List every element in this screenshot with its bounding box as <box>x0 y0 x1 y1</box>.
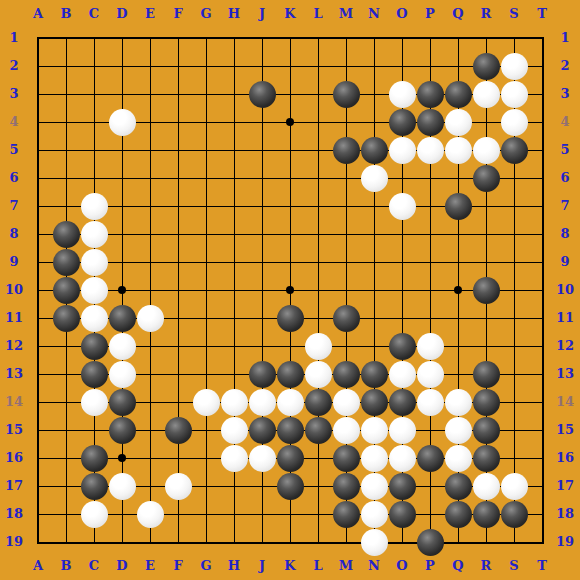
intersection[interactable] <box>108 332 136 360</box>
intersection[interactable] <box>220 24 248 52</box>
intersection[interactable] <box>500 108 528 136</box>
intersection[interactable] <box>52 388 80 416</box>
intersection[interactable] <box>304 304 332 332</box>
intersection[interactable] <box>248 220 276 248</box>
intersection[interactable] <box>164 528 192 556</box>
intersection[interactable] <box>360 528 388 556</box>
intersection[interactable] <box>500 528 528 556</box>
intersection[interactable] <box>220 360 248 388</box>
intersection[interactable] <box>360 500 388 528</box>
intersection[interactable] <box>248 360 276 388</box>
intersection[interactable] <box>136 192 164 220</box>
intersection[interactable] <box>192 360 220 388</box>
intersection[interactable] <box>500 80 528 108</box>
intersection[interactable] <box>136 136 164 164</box>
intersection[interactable] <box>52 332 80 360</box>
intersection[interactable] <box>80 108 108 136</box>
intersection[interactable] <box>52 444 80 472</box>
intersection[interactable] <box>304 360 332 388</box>
intersection[interactable] <box>304 248 332 276</box>
intersection[interactable] <box>192 332 220 360</box>
intersection[interactable] <box>80 276 108 304</box>
intersection[interactable] <box>220 108 248 136</box>
intersection[interactable] <box>192 416 220 444</box>
intersection[interactable] <box>108 24 136 52</box>
intersection[interactable] <box>108 164 136 192</box>
intersection[interactable] <box>332 136 360 164</box>
intersection[interactable] <box>276 220 304 248</box>
intersection[interactable] <box>500 304 528 332</box>
intersection[interactable] <box>220 304 248 332</box>
intersection[interactable] <box>108 220 136 248</box>
intersection[interactable] <box>304 276 332 304</box>
intersection[interactable] <box>108 360 136 388</box>
intersection[interactable] <box>164 108 192 136</box>
intersection[interactable] <box>248 500 276 528</box>
intersection[interactable] <box>52 248 80 276</box>
intersection[interactable] <box>136 416 164 444</box>
intersection[interactable] <box>472 388 500 416</box>
intersection[interactable] <box>136 164 164 192</box>
intersection[interactable] <box>444 500 472 528</box>
intersection[interactable] <box>248 248 276 276</box>
intersection[interactable] <box>276 528 304 556</box>
intersection[interactable] <box>248 80 276 108</box>
intersection[interactable] <box>276 192 304 220</box>
intersection[interactable] <box>472 276 500 304</box>
intersection[interactable] <box>220 164 248 192</box>
intersection[interactable] <box>416 52 444 80</box>
intersection[interactable] <box>304 136 332 164</box>
intersection[interactable] <box>388 332 416 360</box>
intersection[interactable] <box>332 220 360 248</box>
intersection[interactable] <box>220 220 248 248</box>
intersection[interactable] <box>388 360 416 388</box>
intersection[interactable] <box>500 24 528 52</box>
intersection[interactable] <box>192 108 220 136</box>
intersection[interactable] <box>332 24 360 52</box>
intersection[interactable] <box>304 528 332 556</box>
intersection[interactable] <box>332 164 360 192</box>
intersection[interactable] <box>444 220 472 248</box>
intersection[interactable] <box>360 472 388 500</box>
intersection[interactable] <box>360 192 388 220</box>
intersection[interactable] <box>52 164 80 192</box>
intersection[interactable] <box>416 220 444 248</box>
intersection[interactable] <box>388 276 416 304</box>
intersection[interactable] <box>52 80 80 108</box>
intersection[interactable] <box>52 276 80 304</box>
intersection[interactable] <box>444 24 472 52</box>
intersection[interactable] <box>444 164 472 192</box>
intersection[interactable] <box>444 108 472 136</box>
intersection[interactable] <box>220 444 248 472</box>
intersection[interactable] <box>304 192 332 220</box>
intersection[interactable] <box>108 80 136 108</box>
intersection[interactable] <box>304 500 332 528</box>
intersection[interactable] <box>192 52 220 80</box>
intersection[interactable] <box>24 220 52 248</box>
intersection[interactable] <box>80 416 108 444</box>
intersection[interactable] <box>80 528 108 556</box>
intersection[interactable] <box>276 248 304 276</box>
intersection[interactable] <box>388 304 416 332</box>
intersection[interactable] <box>388 164 416 192</box>
intersection[interactable] <box>248 164 276 192</box>
intersection[interactable] <box>108 248 136 276</box>
intersection[interactable] <box>304 24 332 52</box>
intersection[interactable] <box>220 472 248 500</box>
intersection[interactable] <box>52 136 80 164</box>
intersection[interactable] <box>388 528 416 556</box>
intersection[interactable] <box>360 388 388 416</box>
intersection[interactable] <box>108 472 136 500</box>
intersection[interactable] <box>136 108 164 136</box>
intersection[interactable] <box>444 248 472 276</box>
intersection[interactable] <box>108 108 136 136</box>
intersection[interactable] <box>80 52 108 80</box>
intersection[interactable] <box>220 528 248 556</box>
intersection[interactable] <box>24 444 52 472</box>
intersection[interactable] <box>332 444 360 472</box>
intersection[interactable] <box>52 52 80 80</box>
intersection[interactable] <box>304 472 332 500</box>
intersection[interactable] <box>360 304 388 332</box>
intersection[interactable] <box>24 136 52 164</box>
intersection[interactable] <box>136 360 164 388</box>
intersection[interactable] <box>332 192 360 220</box>
intersection[interactable] <box>444 80 472 108</box>
intersection[interactable] <box>24 248 52 276</box>
intersection[interactable] <box>304 388 332 416</box>
intersection[interactable] <box>416 192 444 220</box>
intersection[interactable] <box>416 332 444 360</box>
intersection[interactable] <box>304 416 332 444</box>
intersection[interactable] <box>472 80 500 108</box>
intersection[interactable] <box>416 248 444 276</box>
intersection[interactable] <box>388 388 416 416</box>
intersection[interactable] <box>136 220 164 248</box>
intersection[interactable] <box>220 332 248 360</box>
intersection[interactable] <box>164 388 192 416</box>
intersection[interactable] <box>164 304 192 332</box>
intersection[interactable] <box>24 276 52 304</box>
intersection[interactable] <box>500 332 528 360</box>
intersection[interactable] <box>276 24 304 52</box>
intersection[interactable] <box>108 276 136 304</box>
intersection[interactable] <box>360 136 388 164</box>
intersection[interactable] <box>416 528 444 556</box>
intersection[interactable] <box>164 444 192 472</box>
intersection[interactable] <box>276 416 304 444</box>
intersection[interactable] <box>52 24 80 52</box>
intersection[interactable] <box>136 304 164 332</box>
intersection[interactable] <box>24 192 52 220</box>
intersection[interactable] <box>416 24 444 52</box>
intersection[interactable] <box>416 164 444 192</box>
intersection[interactable] <box>164 276 192 304</box>
intersection[interactable] <box>164 500 192 528</box>
intersection[interactable] <box>24 108 52 136</box>
intersection[interactable] <box>472 52 500 80</box>
intersection[interactable] <box>52 500 80 528</box>
intersection[interactable] <box>192 388 220 416</box>
intersection[interactable] <box>276 136 304 164</box>
intersection[interactable] <box>136 248 164 276</box>
intersection[interactable] <box>248 108 276 136</box>
intersection[interactable] <box>52 416 80 444</box>
intersection[interactable] <box>192 472 220 500</box>
intersection[interactable] <box>500 192 528 220</box>
intersection[interactable] <box>192 276 220 304</box>
intersection[interactable] <box>220 388 248 416</box>
intersection[interactable] <box>80 220 108 248</box>
intersection[interactable] <box>192 164 220 192</box>
intersection[interactable] <box>164 24 192 52</box>
intersection[interactable] <box>332 52 360 80</box>
intersection[interactable] <box>24 24 52 52</box>
intersection[interactable] <box>416 444 444 472</box>
intersection[interactable] <box>164 220 192 248</box>
intersection[interactable] <box>24 416 52 444</box>
intersection[interactable] <box>360 444 388 472</box>
intersection[interactable] <box>220 192 248 220</box>
intersection[interactable] <box>136 80 164 108</box>
intersection[interactable] <box>416 500 444 528</box>
intersection[interactable] <box>192 444 220 472</box>
intersection[interactable] <box>444 388 472 416</box>
intersection[interactable] <box>388 220 416 248</box>
intersection[interactable] <box>304 80 332 108</box>
intersection[interactable] <box>276 472 304 500</box>
intersection[interactable] <box>444 444 472 472</box>
intersection[interactable] <box>472 248 500 276</box>
intersection[interactable] <box>24 500 52 528</box>
intersection[interactable] <box>80 192 108 220</box>
intersection[interactable] <box>500 276 528 304</box>
intersection[interactable] <box>500 248 528 276</box>
intersection[interactable] <box>500 164 528 192</box>
intersection[interactable] <box>276 304 304 332</box>
intersection[interactable] <box>24 528 52 556</box>
intersection[interactable] <box>164 332 192 360</box>
intersection[interactable] <box>192 192 220 220</box>
intersection[interactable] <box>472 24 500 52</box>
intersection[interactable] <box>276 444 304 472</box>
intersection[interactable] <box>24 164 52 192</box>
intersection[interactable] <box>444 52 472 80</box>
intersection[interactable] <box>472 360 500 388</box>
intersection[interactable] <box>80 304 108 332</box>
intersection[interactable] <box>360 416 388 444</box>
intersection[interactable] <box>472 416 500 444</box>
intersection[interactable] <box>108 444 136 472</box>
intersection[interactable] <box>248 304 276 332</box>
intersection[interactable] <box>164 80 192 108</box>
intersection[interactable] <box>388 108 416 136</box>
intersection[interactable] <box>276 80 304 108</box>
intersection[interactable] <box>472 192 500 220</box>
intersection[interactable] <box>472 332 500 360</box>
intersection[interactable] <box>192 248 220 276</box>
intersection[interactable] <box>332 360 360 388</box>
intersection[interactable] <box>360 332 388 360</box>
intersection[interactable] <box>220 80 248 108</box>
intersection[interactable] <box>248 332 276 360</box>
intersection[interactable] <box>248 416 276 444</box>
intersection[interactable] <box>108 52 136 80</box>
intersection[interactable] <box>388 472 416 500</box>
intersection[interactable] <box>388 192 416 220</box>
intersection[interactable] <box>24 388 52 416</box>
intersection[interactable] <box>276 388 304 416</box>
intersection[interactable] <box>192 80 220 108</box>
intersection[interactable] <box>304 164 332 192</box>
intersection[interactable] <box>472 472 500 500</box>
intersection[interactable] <box>248 388 276 416</box>
intersection[interactable] <box>52 472 80 500</box>
intersection[interactable] <box>192 220 220 248</box>
intersection[interactable] <box>276 164 304 192</box>
intersection[interactable] <box>52 108 80 136</box>
intersection[interactable] <box>80 444 108 472</box>
intersection[interactable] <box>80 248 108 276</box>
intersection[interactable] <box>192 528 220 556</box>
intersection[interactable] <box>80 472 108 500</box>
intersection[interactable] <box>192 24 220 52</box>
intersection[interactable] <box>304 332 332 360</box>
intersection[interactable] <box>388 444 416 472</box>
intersection[interactable] <box>304 220 332 248</box>
intersection[interactable] <box>24 332 52 360</box>
intersection[interactable] <box>444 136 472 164</box>
intersection[interactable] <box>248 276 276 304</box>
intersection[interactable] <box>164 416 192 444</box>
intersection[interactable] <box>332 472 360 500</box>
intersection[interactable] <box>472 136 500 164</box>
intersection[interactable] <box>304 52 332 80</box>
intersection[interactable] <box>108 136 136 164</box>
intersection[interactable] <box>388 24 416 52</box>
intersection[interactable] <box>220 500 248 528</box>
intersection[interactable] <box>332 248 360 276</box>
intersection[interactable] <box>192 500 220 528</box>
intersection[interactable] <box>24 52 52 80</box>
intersection[interactable] <box>472 500 500 528</box>
intersection[interactable] <box>248 52 276 80</box>
intersection[interactable] <box>360 108 388 136</box>
intersection[interactable] <box>416 276 444 304</box>
intersection[interactable] <box>276 500 304 528</box>
intersection[interactable] <box>164 472 192 500</box>
intersection[interactable] <box>500 220 528 248</box>
intersection[interactable] <box>164 192 192 220</box>
intersection[interactable] <box>416 416 444 444</box>
intersection[interactable] <box>108 500 136 528</box>
intersection[interactable] <box>472 220 500 248</box>
intersection[interactable] <box>500 444 528 472</box>
intersection[interactable] <box>444 276 472 304</box>
intersection[interactable] <box>388 500 416 528</box>
intersection[interactable] <box>360 276 388 304</box>
intersection[interactable] <box>416 136 444 164</box>
intersection[interactable] <box>136 276 164 304</box>
intersection[interactable] <box>360 52 388 80</box>
intersection[interactable] <box>416 388 444 416</box>
intersection[interactable] <box>136 528 164 556</box>
intersection[interactable] <box>444 304 472 332</box>
intersection[interactable] <box>24 360 52 388</box>
intersection[interactable] <box>220 416 248 444</box>
intersection[interactable] <box>472 444 500 472</box>
intersection[interactable] <box>416 360 444 388</box>
intersection[interactable] <box>360 248 388 276</box>
intersection[interactable] <box>248 528 276 556</box>
intersection[interactable] <box>24 80 52 108</box>
intersection[interactable] <box>472 528 500 556</box>
intersection[interactable] <box>136 332 164 360</box>
intersection[interactable] <box>248 192 276 220</box>
intersection[interactable] <box>388 248 416 276</box>
intersection[interactable] <box>416 108 444 136</box>
intersection[interactable] <box>136 444 164 472</box>
intersection[interactable] <box>192 136 220 164</box>
intersection[interactable] <box>416 472 444 500</box>
intersection[interactable] <box>80 136 108 164</box>
intersection[interactable] <box>276 360 304 388</box>
intersection[interactable] <box>248 136 276 164</box>
intersection[interactable] <box>360 80 388 108</box>
intersection[interactable] <box>276 52 304 80</box>
intersection[interactable] <box>108 388 136 416</box>
intersection[interactable] <box>332 528 360 556</box>
intersection[interactable] <box>444 332 472 360</box>
intersection[interactable] <box>388 52 416 80</box>
intersection[interactable] <box>472 304 500 332</box>
intersection[interactable] <box>416 304 444 332</box>
intersection[interactable] <box>360 164 388 192</box>
intersection[interactable] <box>388 80 416 108</box>
intersection[interactable] <box>164 248 192 276</box>
intersection[interactable] <box>500 388 528 416</box>
intersection[interactable] <box>304 444 332 472</box>
intersection[interactable] <box>248 472 276 500</box>
intersection[interactable] <box>52 304 80 332</box>
intersection[interactable] <box>388 136 416 164</box>
intersection[interactable] <box>52 220 80 248</box>
intersection[interactable] <box>360 360 388 388</box>
intersection[interactable] <box>220 248 248 276</box>
intersection[interactable] <box>220 52 248 80</box>
intersection[interactable] <box>500 136 528 164</box>
intersection[interactable] <box>248 24 276 52</box>
intersection[interactable] <box>472 108 500 136</box>
intersection[interactable] <box>220 276 248 304</box>
intersection[interactable] <box>276 332 304 360</box>
intersection[interactable] <box>500 472 528 500</box>
intersection[interactable] <box>276 276 304 304</box>
intersection[interactable] <box>80 24 108 52</box>
intersection[interactable] <box>220 136 248 164</box>
intersection[interactable] <box>136 500 164 528</box>
intersection[interactable] <box>500 52 528 80</box>
intersection[interactable] <box>80 500 108 528</box>
intersection[interactable] <box>136 52 164 80</box>
intersection[interactable] <box>332 332 360 360</box>
intersection[interactable] <box>108 528 136 556</box>
intersection[interactable] <box>164 52 192 80</box>
intersection[interactable] <box>24 472 52 500</box>
